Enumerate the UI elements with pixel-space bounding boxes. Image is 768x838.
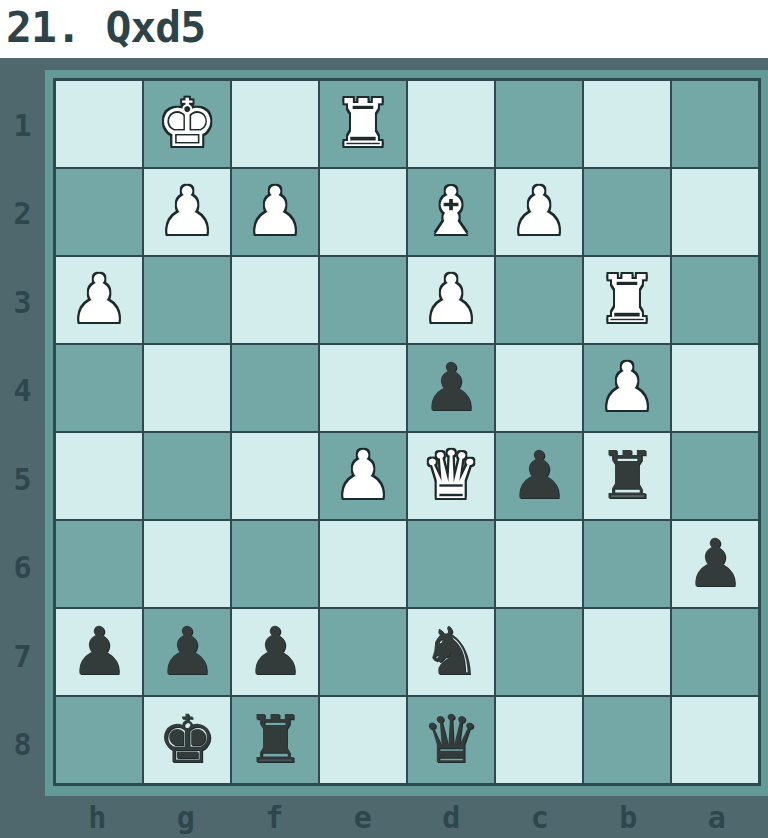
square-a3[interactable] (672, 257, 758, 343)
piece-white-pawn-c2[interactable]: ♟ (509, 179, 568, 245)
square-g5[interactable] (144, 433, 230, 519)
square-e6[interactable] (320, 521, 406, 607)
square-b4[interactable]: ♟ (584, 345, 670, 431)
square-d6[interactable] (408, 521, 494, 607)
square-a8[interactable] (672, 697, 758, 783)
rank-label-3: 3 (0, 258, 45, 347)
file-label-e: e (319, 796, 408, 838)
piece-white-rook-e1[interactable]: ♜ (333, 91, 392, 157)
piece-black-knight-d7[interactable]: ♞ (421, 619, 480, 685)
rank-label-7: 7 (0, 612, 45, 701)
piece-white-pawn-e5[interactable]: ♟ (333, 443, 392, 509)
square-h4[interactable] (56, 345, 142, 431)
square-g2[interactable]: ♟ (144, 169, 230, 255)
square-e8[interactable] (320, 697, 406, 783)
piece-black-pawn-c5[interactable]: ♟ (509, 443, 568, 509)
file-label-f: f (230, 796, 319, 838)
square-f6[interactable] (232, 521, 318, 607)
piece-black-rook-b5[interactable]: ♜ (597, 443, 656, 509)
square-c2[interactable]: ♟ (496, 169, 582, 255)
square-f8[interactable]: ♜ (232, 697, 318, 783)
rank-label-8: 8 (0, 701, 45, 790)
piece-white-king-g1[interactable]: ♚ (157, 91, 216, 157)
square-h8[interactable] (56, 697, 142, 783)
square-f3[interactable] (232, 257, 318, 343)
square-a1[interactable] (672, 81, 758, 167)
square-e5[interactable]: ♟ (320, 433, 406, 519)
square-g7[interactable]: ♟ (144, 609, 230, 695)
square-e4[interactable] (320, 345, 406, 431)
square-g6[interactable] (144, 521, 230, 607)
file-labels: hgfedcba (53, 796, 761, 838)
file-label-d: d (407, 796, 496, 838)
square-g4[interactable] (144, 345, 230, 431)
square-a5[interactable] (672, 433, 758, 519)
piece-black-pawn-f7[interactable]: ♟ (245, 619, 304, 685)
square-e7[interactable] (320, 609, 406, 695)
square-d7[interactable]: ♞ (408, 609, 494, 695)
square-d2[interactable]: ♝ (408, 169, 494, 255)
piece-black-pawn-g7[interactable]: ♟ (157, 619, 216, 685)
file-label-b: b (584, 796, 673, 838)
square-f1[interactable] (232, 81, 318, 167)
square-h3[interactable]: ♟ (56, 257, 142, 343)
square-f2[interactable]: ♟ (232, 169, 318, 255)
piece-black-pawn-d4[interactable]: ♟ (421, 355, 480, 421)
square-c3[interactable] (496, 257, 582, 343)
square-h7[interactable]: ♟ (56, 609, 142, 695)
board: ♚♜♟♟♝♟♟♟♜♟♟♟♛♟♜♟♟♟♟♞♚♜♛ (53, 78, 761, 786)
square-c8[interactable] (496, 697, 582, 783)
square-g3[interactable] (144, 257, 230, 343)
square-b5[interactable]: ♜ (584, 433, 670, 519)
square-a6[interactable]: ♟ (672, 521, 758, 607)
square-c6[interactable] (496, 521, 582, 607)
square-d1[interactable] (408, 81, 494, 167)
square-b3[interactable]: ♜ (584, 257, 670, 343)
square-h5[interactable] (56, 433, 142, 519)
file-label-c: c (496, 796, 585, 838)
square-h6[interactable] (56, 521, 142, 607)
piece-black-king-g8[interactable]: ♚ (157, 707, 216, 773)
rank-label-5: 5 (0, 435, 45, 524)
chess-diagram: 21. Qxd5 12345678 ♚♜♟♟♝♟♟♟♜♟♟♟♛♟♜♟♟♟♟♞♚♜… (0, 0, 768, 838)
square-b6[interactable] (584, 521, 670, 607)
square-c1[interactable] (496, 81, 582, 167)
square-f4[interactable] (232, 345, 318, 431)
piece-white-bishop-d2[interactable]: ♝ (421, 179, 480, 245)
square-g8[interactable]: ♚ (144, 697, 230, 783)
file-label-g: g (142, 796, 231, 838)
square-f5[interactable] (232, 433, 318, 519)
rank-label-6: 6 (0, 524, 45, 613)
board-panel: 12345678 ♚♜♟♟♝♟♟♟♜♟♟♟♛♟♜♟♟♟♟♞♚♜♛ hgfedcb… (0, 58, 768, 838)
square-b2[interactable] (584, 169, 670, 255)
square-h2[interactable] (56, 169, 142, 255)
square-b7[interactable] (584, 609, 670, 695)
square-f7[interactable]: ♟ (232, 609, 318, 695)
piece-white-pawn-b4[interactable]: ♟ (597, 355, 656, 421)
piece-black-queen-d8[interactable]: ♛ (421, 707, 480, 773)
move-label: 21. Qxd5 (6, 2, 205, 52)
square-b1[interactable] (584, 81, 670, 167)
square-d8[interactable]: ♛ (408, 697, 494, 783)
square-a2[interactable] (672, 169, 758, 255)
square-a4[interactable] (672, 345, 758, 431)
file-label-a: a (673, 796, 762, 838)
square-d3[interactable]: ♟ (408, 257, 494, 343)
square-a7[interactable] (672, 609, 758, 695)
rank-label-2: 2 (0, 170, 45, 259)
rank-labels: 12345678 (0, 81, 45, 789)
square-h1[interactable] (56, 81, 142, 167)
piece-white-rook-b3[interactable]: ♜ (597, 267, 656, 333)
square-b8[interactable] (584, 697, 670, 783)
piece-white-queen-d5[interactable]: ♛ (421, 443, 480, 509)
piece-black-pawn-h7[interactable]: ♟ (69, 619, 128, 685)
board-frame: ♚♜♟♟♝♟♟♟♜♟♟♟♛♟♜♟♟♟♟♞♚♜♛ (45, 70, 768, 796)
piece-white-pawn-f2[interactable]: ♟ (245, 179, 304, 245)
piece-white-pawn-d3[interactable]: ♟ (421, 267, 480, 333)
square-d5[interactable]: ♛ (408, 433, 494, 519)
piece-white-pawn-h3[interactable]: ♟ (69, 267, 128, 333)
square-e2[interactable] (320, 169, 406, 255)
square-d4[interactable]: ♟ (408, 345, 494, 431)
square-e1[interactable]: ♜ (320, 81, 406, 167)
file-label-h: h (53, 796, 142, 838)
piece-white-pawn-g2[interactable]: ♟ (157, 179, 216, 245)
rank-label-1: 1 (0, 81, 45, 170)
square-c7[interactable] (496, 609, 582, 695)
square-e3[interactable] (320, 257, 406, 343)
piece-black-rook-f8[interactable]: ♜ (245, 707, 304, 773)
square-g1[interactable]: ♚ (144, 81, 230, 167)
square-c4[interactable] (496, 345, 582, 431)
square-c5[interactable]: ♟ (496, 433, 582, 519)
piece-black-pawn-a6[interactable]: ♟ (685, 531, 744, 597)
rank-label-4: 4 (0, 347, 45, 436)
